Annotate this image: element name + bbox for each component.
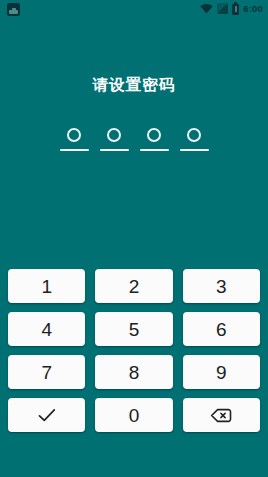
- phone-screen: 6:00 请设置密码 1 2 3 4 5 6 7 8 9: [0, 0, 268, 477]
- confirm-key[interactable]: [8, 398, 85, 432]
- check-icon: [38, 408, 56, 422]
- key-5[interactable]: 5: [95, 312, 172, 346]
- key-7[interactable]: 7: [8, 355, 85, 389]
- key-1[interactable]: 1: [8, 269, 85, 303]
- pin-circle-empty-icon: [147, 128, 161, 142]
- key-6[interactable]: 6: [183, 312, 260, 346]
- notification-icon-detail-top: [12, 8, 16, 10]
- pin-underline: [180, 149, 209, 151]
- charging-bolt-icon: [235, 6, 237, 12]
- pin-circle-empty-icon: [67, 128, 81, 142]
- keypad: 1 2 3 4 5 6 7 8 9 0: [8, 269, 260, 432]
- battery-icon: [232, 2, 239, 15]
- pin-underline: [140, 149, 169, 151]
- pin-circle-empty-icon: [107, 128, 121, 142]
- pin-underline: [100, 149, 129, 151]
- pin-slot-4: [180, 126, 209, 151]
- notification-icon: [7, 3, 20, 16]
- status-icons: 6:00: [200, 0, 263, 17]
- key-4[interactable]: 4: [8, 312, 85, 346]
- key-2[interactable]: 2: [95, 269, 172, 303]
- no-signal-icon: [217, 3, 228, 14]
- page-title: 请设置密码: [0, 75, 268, 96]
- pin-circle-empty-icon: [187, 128, 201, 142]
- key-3[interactable]: 3: [183, 269, 260, 303]
- key-0[interactable]: 0: [95, 398, 172, 432]
- backspace-key[interactable]: [183, 398, 260, 432]
- pin-underline: [60, 149, 89, 151]
- key-8[interactable]: 8: [95, 355, 172, 389]
- backspace-icon: [210, 408, 232, 423]
- wifi-icon: [200, 3, 213, 14]
- pin-indicator: [0, 126, 268, 151]
- status-bar: 6:00: [0, 0, 268, 17]
- pin-slot-1: [60, 126, 89, 151]
- pin-slot-3: [140, 126, 169, 151]
- pin-slot-2: [100, 126, 129, 151]
- status-time: 6:00: [243, 0, 263, 17]
- key-9[interactable]: 9: [183, 355, 260, 389]
- notification-icon-detail: [9, 10, 18, 14]
